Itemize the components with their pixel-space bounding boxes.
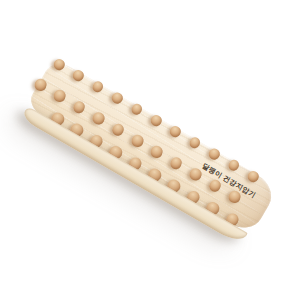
peg xyxy=(91,79,105,93)
peg xyxy=(188,135,202,149)
peg xyxy=(207,146,221,160)
peg xyxy=(227,157,241,171)
peg xyxy=(110,90,124,104)
peg xyxy=(52,57,66,71)
massage-board: 달팽이 건강지압기 xyxy=(19,57,279,247)
peg xyxy=(33,76,49,92)
peg xyxy=(168,155,184,171)
peg xyxy=(52,87,68,103)
peg xyxy=(246,169,260,183)
board-top-surface: 달팽이 건강지압기 xyxy=(26,57,279,235)
product-photo: 달팽이 건강지압기 xyxy=(0,0,300,300)
peg xyxy=(71,99,87,115)
peg xyxy=(91,110,107,126)
peg xyxy=(71,68,85,82)
peg-grid xyxy=(26,57,279,235)
peg xyxy=(130,101,144,115)
peg xyxy=(130,132,146,148)
peg xyxy=(168,124,182,138)
peg xyxy=(149,113,163,127)
peg xyxy=(149,143,165,159)
peg xyxy=(110,121,126,137)
